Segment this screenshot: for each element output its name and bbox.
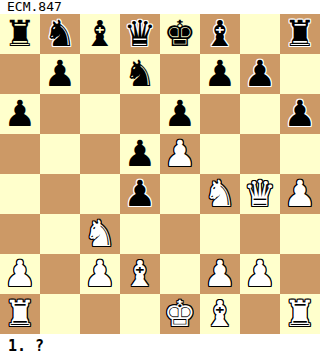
black-king: ♚ xyxy=(164,14,196,54)
black-queen: ♛ xyxy=(124,14,156,54)
square-d3[interactable] xyxy=(120,214,160,254)
chess-board: ♜♞♝♛♚♝♜♟♞♟♟♟♟♟♟♟♟♞♛♟♞♟♟♝♟♟♜♚♝♜ xyxy=(0,14,320,334)
square-f7[interactable]: ♟ xyxy=(200,54,240,94)
black-pawn: ♟ xyxy=(124,174,156,214)
black-rook: ♜ xyxy=(4,14,36,54)
square-b7[interactable]: ♟ xyxy=(40,54,80,94)
white-bishop: ♝ xyxy=(124,254,156,294)
black-knight: ♞ xyxy=(44,14,76,54)
white-queen: ♛ xyxy=(244,174,276,214)
square-g4[interactable]: ♛ xyxy=(240,174,280,214)
square-b2[interactable] xyxy=(40,254,80,294)
square-a1[interactable]: ♜ xyxy=(0,294,40,334)
square-e2[interactable] xyxy=(160,254,200,294)
white-pawn: ♟ xyxy=(84,254,116,294)
white-pawn: ♟ xyxy=(4,254,36,294)
square-g1[interactable] xyxy=(240,294,280,334)
white-bishop: ♝ xyxy=(204,294,236,334)
square-e6[interactable]: ♟ xyxy=(160,94,200,134)
square-e3[interactable] xyxy=(160,214,200,254)
square-g6[interactable] xyxy=(240,94,280,134)
square-f8[interactable]: ♝ xyxy=(200,14,240,54)
move-prompt: 1. ? xyxy=(0,334,320,360)
square-h7[interactable] xyxy=(280,54,320,94)
square-b8[interactable]: ♞ xyxy=(40,14,80,54)
white-rook: ♜ xyxy=(4,294,36,334)
square-c5[interactable] xyxy=(80,134,120,174)
square-c1[interactable] xyxy=(80,294,120,334)
black-pawn: ♟ xyxy=(284,94,316,134)
square-d2[interactable]: ♝ xyxy=(120,254,160,294)
black-pawn: ♟ xyxy=(164,94,196,134)
black-knight: ♞ xyxy=(124,54,156,94)
square-f1[interactable]: ♝ xyxy=(200,294,240,334)
square-f4[interactable]: ♞ xyxy=(200,174,240,214)
square-a5[interactable] xyxy=(0,134,40,174)
square-a6[interactable]: ♟ xyxy=(0,94,40,134)
square-a2[interactable]: ♟ xyxy=(0,254,40,294)
square-g8[interactable] xyxy=(240,14,280,54)
square-a3[interactable] xyxy=(0,214,40,254)
square-a7[interactable] xyxy=(0,54,40,94)
white-rook: ♜ xyxy=(284,294,316,334)
square-g2[interactable]: ♟ xyxy=(240,254,280,294)
black-pawn: ♟ xyxy=(44,54,76,94)
square-e7[interactable] xyxy=(160,54,200,94)
square-e4[interactable] xyxy=(160,174,200,214)
chess-puzzle-window: ECM.847 ♜♞♝♛♚♝♜♟♞♟♟♟♟♟♟♟♟♞♛♟♞♟♟♝♟♟♜♚♝♜ 1… xyxy=(0,0,320,360)
square-h2[interactable] xyxy=(280,254,320,294)
white-pawn: ♟ xyxy=(164,134,196,174)
black-pawn: ♟ xyxy=(204,54,236,94)
square-f2[interactable]: ♟ xyxy=(200,254,240,294)
square-b4[interactable] xyxy=(40,174,80,214)
black-bishop: ♝ xyxy=(84,14,116,54)
square-h1[interactable]: ♜ xyxy=(280,294,320,334)
square-f6[interactable] xyxy=(200,94,240,134)
white-pawn: ♟ xyxy=(284,174,316,214)
square-h8[interactable]: ♜ xyxy=(280,14,320,54)
square-b5[interactable] xyxy=(40,134,80,174)
square-d4[interactable]: ♟ xyxy=(120,174,160,214)
square-h5[interactable] xyxy=(280,134,320,174)
square-g5[interactable] xyxy=(240,134,280,174)
square-b3[interactable] xyxy=(40,214,80,254)
puzzle-title: ECM.847 xyxy=(0,0,320,14)
square-c7[interactable] xyxy=(80,54,120,94)
square-a4[interactable] xyxy=(0,174,40,214)
square-h6[interactable]: ♟ xyxy=(280,94,320,134)
white-pawn: ♟ xyxy=(244,254,276,294)
white-knight: ♞ xyxy=(204,174,236,214)
square-f3[interactable] xyxy=(200,214,240,254)
white-pawn: ♟ xyxy=(204,254,236,294)
square-g3[interactable] xyxy=(240,214,280,254)
square-a8[interactable]: ♜ xyxy=(0,14,40,54)
black-pawn: ♟ xyxy=(124,134,156,174)
square-b6[interactable] xyxy=(40,94,80,134)
square-b1[interactable] xyxy=(40,294,80,334)
square-d1[interactable] xyxy=(120,294,160,334)
black-pawn: ♟ xyxy=(4,94,36,134)
square-d7[interactable]: ♞ xyxy=(120,54,160,94)
white-knight: ♞ xyxy=(84,214,116,254)
square-e5[interactable]: ♟ xyxy=(160,134,200,174)
square-e8[interactable]: ♚ xyxy=(160,14,200,54)
square-c8[interactable]: ♝ xyxy=(80,14,120,54)
black-bishop: ♝ xyxy=(204,14,236,54)
square-c3[interactable]: ♞ xyxy=(80,214,120,254)
square-e1[interactable]: ♚ xyxy=(160,294,200,334)
white-king: ♚ xyxy=(164,294,196,334)
square-d8[interactable]: ♛ xyxy=(120,14,160,54)
square-g7[interactable]: ♟ xyxy=(240,54,280,94)
square-h3[interactable] xyxy=(280,214,320,254)
black-rook: ♜ xyxy=(284,14,316,54)
square-d6[interactable] xyxy=(120,94,160,134)
square-d5[interactable]: ♟ xyxy=(120,134,160,174)
square-c4[interactable] xyxy=(80,174,120,214)
square-h4[interactable]: ♟ xyxy=(280,174,320,214)
square-f5[interactable] xyxy=(200,134,240,174)
black-pawn: ♟ xyxy=(244,54,276,94)
square-c2[interactable]: ♟ xyxy=(80,254,120,294)
square-c6[interactable] xyxy=(80,94,120,134)
